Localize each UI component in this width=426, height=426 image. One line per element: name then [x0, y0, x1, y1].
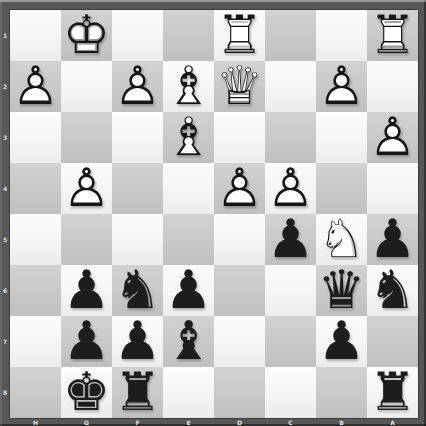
chess-board-frame: 12345678 HGFEDCBA ♚︎♔︎♜︎♖︎♜︎♖︎♟︎♙︎♟︎♙︎♝︎… — [0, 0, 426, 426]
square-a1[interactable]: ♜︎♖︎ — [367, 10, 418, 61]
square-f8[interactable]: ♜︎ — [112, 367, 163, 418]
white-bishop-outline-icon: ♗︎ — [163, 61, 214, 112]
white-rook[interactable]: ♜︎♖︎ — [367, 10, 418, 61]
black-pawn[interactable]: ♟︎ — [367, 214, 418, 265]
square-a7[interactable] — [367, 316, 418, 367]
square-h3[interactable] — [10, 112, 61, 163]
square-d8[interactable] — [214, 367, 265, 418]
white-knight[interactable]: ♞︎♘︎ — [316, 214, 367, 265]
black-queen[interactable]: ♛︎ — [316, 265, 367, 316]
square-b7[interactable]: ♟︎ — [316, 316, 367, 367]
black-pawn-icon: ♟︎ — [163, 265, 214, 316]
square-h4[interactable] — [10, 163, 61, 214]
square-e2[interactable]: ♝︎♗︎ — [163, 61, 214, 112]
square-a4[interactable] — [367, 163, 418, 214]
square-h5[interactable] — [10, 214, 61, 265]
file-label-d: D — [214, 418, 265, 426]
black-pawn[interactable]: ♟︎ — [61, 265, 112, 316]
square-e8[interactable] — [163, 367, 214, 418]
square-b2[interactable]: ♟︎♙︎ — [316, 61, 367, 112]
black-pawn[interactable]: ♟︎ — [316, 316, 367, 367]
rank-labels: 12345678 — [0, 10, 10, 418]
square-d3[interactable] — [214, 112, 265, 163]
file-label-e: E — [163, 418, 214, 426]
file-label-h: H — [10, 418, 61, 426]
rank-label-4: 4 — [0, 163, 10, 214]
white-pawn[interactable]: ♟︎♙︎ — [112, 61, 163, 112]
black-pawn-icon: ♟︎ — [61, 265, 112, 316]
square-b5[interactable]: ♞︎♘︎ — [316, 214, 367, 265]
black-knight[interactable]: ♞︎ — [112, 265, 163, 316]
square-b3[interactable] — [316, 112, 367, 163]
white-pawn-outline-icon: ♙︎ — [61, 163, 112, 214]
square-f5[interactable] — [112, 214, 163, 265]
black-pawn-icon: ♟︎ — [112, 316, 163, 367]
white-bishop[interactable]: ♝︎♗︎ — [163, 61, 214, 112]
white-pawn-outline-icon: ♙︎ — [316, 61, 367, 112]
square-c7[interactable] — [265, 316, 316, 367]
white-pawn[interactable]: ♟︎♙︎ — [367, 112, 418, 163]
black-pawn[interactable]: ♟︎ — [112, 316, 163, 367]
black-bishop-icon: ♝︎ — [163, 316, 214, 367]
white-pawn-outline-icon: ♙︎ — [367, 112, 418, 163]
white-pawn[interactable]: ♟︎♙︎ — [61, 163, 112, 214]
square-d2[interactable]: ♛︎♕︎ — [214, 61, 265, 112]
white-pawn[interactable]: ♟︎♙︎ — [214, 163, 265, 214]
black-king[interactable]: ♚︎ — [61, 367, 112, 418]
black-pawn-icon: ♟︎ — [61, 316, 112, 367]
square-d6[interactable] — [214, 265, 265, 316]
rank-label-6: 6 — [0, 265, 10, 316]
square-c8[interactable] — [265, 367, 316, 418]
white-pawn-outline-icon: ♙︎ — [265, 163, 316, 214]
black-pawn[interactable]: ♟︎ — [61, 316, 112, 367]
square-c5[interactable]: ♟︎ — [265, 214, 316, 265]
black-pawn[interactable]: ♟︎ — [163, 265, 214, 316]
square-e5[interactable] — [163, 214, 214, 265]
square-g7[interactable]: ♟︎ — [61, 316, 112, 367]
square-a2[interactable] — [367, 61, 418, 112]
file-label-c: C — [265, 418, 316, 426]
white-pawn[interactable]: ♟︎♙︎ — [316, 61, 367, 112]
black-rook[interactable]: ♜︎ — [112, 367, 163, 418]
square-d4[interactable]: ♟︎♙︎ — [214, 163, 265, 214]
square-c4[interactable]: ♟︎♙︎ — [265, 163, 316, 214]
white-rook[interactable]: ♜︎♖︎ — [214, 10, 265, 61]
rank-label-5: 5 — [0, 214, 10, 265]
black-king-icon: ♚︎ — [61, 367, 112, 418]
white-bishop-outline-icon: ♗︎ — [163, 112, 214, 163]
square-a5[interactable]: ♟︎ — [367, 214, 418, 265]
black-rook-icon: ♜︎ — [367, 367, 418, 418]
square-g6[interactable]: ♟︎ — [61, 265, 112, 316]
white-pawn[interactable]: ♟︎♙︎ — [265, 163, 316, 214]
black-pawn-icon: ♟︎ — [367, 214, 418, 265]
white-rook-outline-icon: ♖︎ — [367, 10, 418, 61]
square-e6[interactable]: ♟︎ — [163, 265, 214, 316]
square-h8[interactable] — [10, 367, 61, 418]
square-c1[interactable] — [265, 10, 316, 61]
square-b8[interactable] — [316, 367, 367, 418]
white-pawn-outline-icon: ♙︎ — [214, 163, 265, 214]
square-d7[interactable] — [214, 316, 265, 367]
square-c3[interactable] — [265, 112, 316, 163]
square-g1[interactable]: ♚︎♔︎ — [61, 10, 112, 61]
square-a8[interactable]: ♜︎ — [367, 367, 418, 418]
square-c2[interactable] — [265, 61, 316, 112]
white-king[interactable]: ♚︎♔︎ — [61, 10, 112, 61]
white-queen[interactable]: ♛︎♕︎ — [214, 61, 265, 112]
square-e1[interactable] — [163, 10, 214, 61]
rank-label-1: 1 — [0, 10, 10, 61]
square-b1[interactable] — [316, 10, 367, 61]
square-h1[interactable] — [10, 10, 61, 61]
square-f6[interactable]: ♞︎ — [112, 265, 163, 316]
square-g8[interactable]: ♚︎ — [61, 367, 112, 418]
square-f7[interactable]: ♟︎ — [112, 316, 163, 367]
square-h7[interactable] — [10, 316, 61, 367]
square-f4[interactable] — [112, 163, 163, 214]
white-queen-outline-icon: ♕︎ — [214, 61, 265, 112]
white-rook-outline-icon: ♖︎ — [214, 10, 265, 61]
black-queen-icon: ♛︎ — [316, 265, 367, 316]
square-g5[interactable] — [61, 214, 112, 265]
square-c6[interactable] — [265, 265, 316, 316]
square-e7[interactable]: ♝︎ — [163, 316, 214, 367]
black-bishop[interactable]: ♝︎ — [163, 316, 214, 367]
black-rook-icon: ♜︎ — [112, 367, 163, 418]
white-king-outline-icon: ♔︎ — [61, 10, 112, 61]
square-f2[interactable]: ♟︎♙︎ — [112, 61, 163, 112]
square-g4[interactable]: ♟︎♙︎ — [61, 163, 112, 214]
black-pawn[interactable]: ♟︎ — [265, 214, 316, 265]
rank-label-7: 7 — [0, 316, 10, 367]
white-pawn[interactable]: ♟︎♙︎ — [10, 61, 61, 112]
black-pawn-icon: ♟︎ — [265, 214, 316, 265]
black-pawn-icon: ♟︎ — [316, 316, 367, 367]
square-g2[interactable] — [61, 61, 112, 112]
rank-label-3: 3 — [0, 112, 10, 163]
chess-board: ♚︎♔︎♜︎♖︎♜︎♖︎♟︎♙︎♟︎♙︎♝︎♗︎♛︎♕︎♟︎♙︎♝︎♗︎♟︎♙︎… — [10, 10, 418, 418]
square-f1[interactable] — [112, 10, 163, 61]
rank-label-8: 8 — [0, 367, 10, 418]
square-b4[interactable] — [316, 163, 367, 214]
rank-label-2: 2 — [0, 61, 10, 112]
white-knight-outline-icon: ♘︎ — [316, 214, 367, 265]
square-e3[interactable]: ♝︎♗︎ — [163, 112, 214, 163]
white-pawn-outline-icon: ♙︎ — [112, 61, 163, 112]
black-knight-icon: ♞︎ — [367, 265, 418, 316]
square-e4[interactable] — [163, 163, 214, 214]
square-d5[interactable] — [214, 214, 265, 265]
square-b6[interactable]: ♛︎ — [316, 265, 367, 316]
square-a3[interactable]: ♟︎♙︎ — [367, 112, 418, 163]
square-f3[interactable] — [112, 112, 163, 163]
black-rook[interactable]: ♜︎ — [367, 367, 418, 418]
square-h6[interactable] — [10, 265, 61, 316]
black-knight[interactable]: ♞︎ — [367, 265, 418, 316]
white-bishop[interactable]: ♝︎♗︎ — [163, 112, 214, 163]
square-h2[interactable]: ♟︎♙︎ — [10, 61, 61, 112]
file-label-b: B — [316, 418, 367, 426]
white-pawn-outline-icon: ♙︎ — [10, 61, 61, 112]
square-d1[interactable]: ♜︎♖︎ — [214, 10, 265, 61]
black-knight-icon: ♞︎ — [112, 265, 163, 316]
square-g3[interactable] — [61, 112, 112, 163]
square-a6[interactable]: ♞︎ — [367, 265, 418, 316]
